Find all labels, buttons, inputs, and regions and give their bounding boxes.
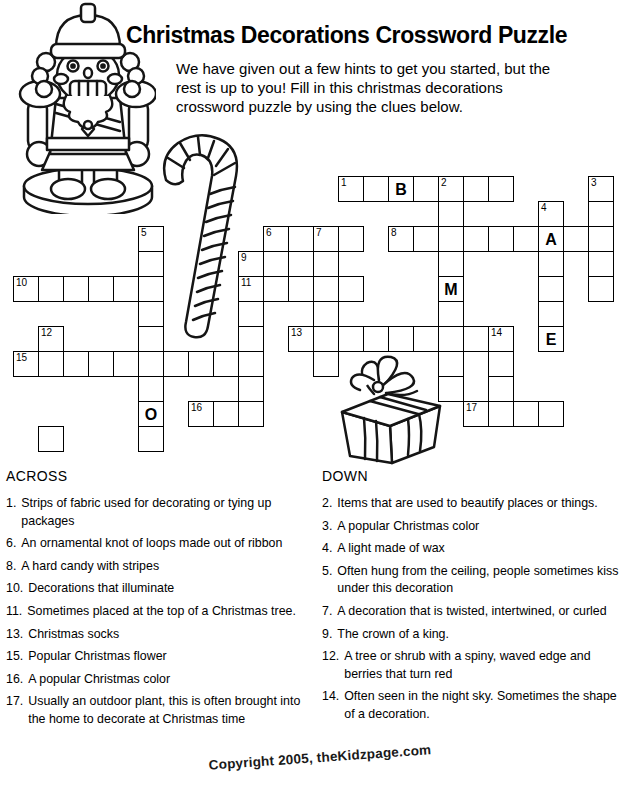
grid-cell-r6-c14[interactable] — [363, 326, 389, 352]
prefilled-letter: O — [139, 405, 163, 425]
clue-number: 14. — [322, 688, 339, 723]
grid-cell-r3-c17[interactable] — [438, 251, 464, 277]
clue-number: 13. — [6, 626, 23, 644]
grid-cell-r7-c0[interactable]: 15 — [13, 351, 39, 377]
grid-cell-r7-c5[interactable] — [138, 351, 164, 377]
grid-cell-r2-c17[interactable] — [438, 226, 464, 252]
grid-cell-r4-c11[interactable] — [288, 276, 314, 302]
grid-cell-r3-c5[interactable] — [138, 251, 164, 277]
grid-cell-r9-c9[interactable] — [238, 401, 264, 427]
grid-cell-r3-c9[interactable]: 9 — [238, 251, 264, 277]
clue-number: 10. — [6, 580, 23, 598]
clue-number-label: 14 — [491, 327, 502, 338]
grid-cell-r6-c16[interactable] — [413, 326, 439, 352]
grid-cell-r6-c17[interactable] — [438, 326, 464, 352]
clue-number: 17. — [6, 693, 23, 728]
grid-cell-r6-c11[interactable]: 13 — [288, 326, 314, 352]
across-clue-6: 6.An ornamental knot of loops made out o… — [6, 535, 310, 553]
grid-cell-r4-c21[interactable] — [538, 276, 564, 302]
clue-number-label: 10 — [16, 277, 27, 288]
grid-cell-r2-c16[interactable] — [413, 226, 439, 252]
grid-cell-r4-c12[interactable] — [313, 276, 339, 302]
clue-number: 8. — [6, 558, 16, 576]
down-clue-9: 9.The crown of a king. — [322, 626, 622, 644]
grid-cell-r3-c12[interactable] — [313, 251, 339, 277]
grid-cell-r6-c1[interactable]: 12 — [38, 326, 64, 352]
clue-number: 11. — [6, 603, 22, 621]
grid-cell-r3-c23[interactable] — [588, 251, 614, 277]
grid-cell-r6-c19[interactable]: 14 — [488, 326, 514, 352]
grid-cell-r7-c3[interactable] — [88, 351, 114, 377]
grid-cell-r3-c11[interactable] — [288, 251, 314, 277]
grid-cell-r2-c23[interactable] — [588, 226, 614, 252]
across-clue-8: 8.A hard candy with stripes — [6, 558, 310, 576]
grid-cell-r2-c15[interactable]: 8 — [388, 226, 414, 252]
down-clue-5: 5.Often hung from the ceiling, people so… — [322, 563, 622, 598]
grid-cell-r4-c2[interactable] — [63, 276, 89, 302]
intro-line: crossword puzzle by using the clues belo… — [176, 97, 550, 116]
clue-number: 5. — [322, 563, 332, 598]
clue-text: A hard candy with stripes — [21, 558, 310, 576]
across-clue-17: 17.Usually an outdoor plant, this is oft… — [6, 693, 310, 728]
clue-number-label: 5 — [141, 227, 147, 238]
intro-text: We have given out a few hints to get you… — [176, 59, 550, 116]
clue-number-label: 4 — [541, 202, 547, 213]
clue-text: Usually an outdoor plant, this is often … — [28, 693, 310, 728]
grid-cell-r5-c12[interactable] — [313, 301, 339, 327]
grid-cell-r2-c18[interactable] — [463, 226, 489, 252]
grid-cell-r9-c18[interactable]: 17 — [463, 401, 489, 427]
grid-cell-r0-c15: B — [388, 176, 414, 202]
grid-cell-r6-c13[interactable] — [338, 326, 364, 352]
clue-text: A tree or shrub with a spiny, waved edge… — [344, 648, 622, 683]
grid-cell-r1-c23[interactable] — [588, 201, 614, 227]
across-clue-16: 16.A popular Christmas color — [6, 671, 310, 689]
intro-line: rest is up to you! Fill in this christma… — [176, 78, 550, 97]
across-clue-15: 15.Popular Christmas flower — [6, 648, 310, 666]
grid-cell-r4-c9[interactable]: 11 — [238, 276, 264, 302]
grid-cell-r2-c20[interactable] — [513, 226, 539, 252]
down-header: DOWN — [322, 468, 622, 484]
grid-cell-r3-c21[interactable] — [538, 251, 564, 277]
grid-cell-r6-c18[interactable] — [463, 326, 489, 352]
down-clue-12: 12.A tree or shrub with a spiny, waved e… — [322, 648, 622, 683]
grid-cell-r2-c12[interactable]: 7 — [313, 226, 339, 252]
clue-number-label: 3 — [591, 177, 597, 188]
clue-number: 6. — [6, 535, 16, 553]
clue-text: An ornamental knot of loops made out of … — [21, 535, 310, 553]
clue-number-label: 13 — [291, 327, 302, 338]
grid-cell-r1-c21[interactable]: 4 — [538, 201, 564, 227]
grid-cell-r7-c9[interactable] — [238, 351, 264, 377]
copyright-text: Copyright 2005, theKidzpage.com — [185, 741, 455, 775]
clue-number: 12. — [322, 648, 339, 683]
grid-cell-r9-c8[interactable] — [213, 401, 239, 427]
clue-text: A popular Christmas color — [28, 671, 310, 689]
clue-number-label: 7 — [316, 227, 322, 238]
grid-cell-r4-c0[interactable]: 10 — [13, 276, 39, 302]
prefilled-letter: A — [539, 230, 563, 250]
grid-cell-r4-c13[interactable] — [338, 276, 364, 302]
grid-cell-r9-c21[interactable] — [538, 401, 564, 427]
grid-cell-r0-c18[interactable] — [463, 176, 489, 202]
grid-cell-r4-c4[interactable] — [113, 276, 139, 302]
clue-text: Often seen in the night sky. Sometimes t… — [344, 688, 622, 723]
grid-cell-r7-c7[interactable] — [188, 351, 214, 377]
clue-number-label: 6 — [266, 227, 272, 238]
grid-cell-r7-c6[interactable] — [163, 351, 189, 377]
crossword-grid: 1B2345678A91011M121314E15O1617 — [13, 176, 615, 453]
grid-cell-r7-c1[interactable] — [38, 351, 64, 377]
grid-cell-r1-c17[interactable] — [438, 201, 464, 227]
grid-cell-r9-c5: O — [138, 401, 164, 427]
grid-cell-r7-c2[interactable] — [63, 351, 89, 377]
grid-cell-r2-c13[interactable] — [338, 226, 364, 252]
grid-cell-r7-c12[interactable] — [313, 351, 339, 377]
down-clue-14: 14.Often seen in the night sky. Sometime… — [322, 688, 622, 723]
grid-cell-r8-c5[interactable] — [138, 376, 164, 402]
grid-cell-r0-c16[interactable] — [413, 176, 439, 202]
clue-text: A popular Christmas color — [337, 518, 622, 536]
clue-text: Popular Christmas flower — [28, 648, 310, 666]
grid-cell-r0-c14[interactable] — [363, 176, 389, 202]
across-clue-11: 11.Sometimes placed at the top of a Chri… — [6, 603, 310, 621]
clue-number: 2. — [322, 495, 332, 513]
across-clue-10: 10.Decorations that illuminate — [6, 580, 310, 598]
grid-cell-r4-c3[interactable] — [88, 276, 114, 302]
clue-number: 1. — [6, 495, 16, 530]
clue-text: A light made of wax — [337, 540, 622, 558]
grid-cell-r2-c19[interactable] — [488, 226, 514, 252]
across-clue-list: 1.Strips of fabric used for decorating o… — [6, 495, 310, 729]
down-clue-4: 4.A light made of wax — [322, 540, 622, 558]
clue-text: Sometimes placed at the top of a Christm… — [27, 603, 310, 621]
grid-cell-r9-c20[interactable] — [513, 401, 539, 427]
clue-text: Christmas socks — [28, 626, 310, 644]
clue-number: 16. — [6, 671, 23, 689]
grid-cell-r4-c5[interactable] — [138, 276, 164, 302]
down-clue-2: 2.Items that are used to beautify places… — [322, 495, 622, 513]
grid-cell-r6-c5[interactable] — [138, 326, 164, 352]
clue-number-label: 1 — [341, 177, 347, 188]
clue-number: 3. — [322, 518, 332, 536]
down-clue-7: 7.A decoration that is twisted, intertwi… — [322, 603, 622, 621]
grid-cell-r6-c9[interactable] — [238, 326, 264, 352]
grid-cell-r0-c17[interactable]: 2 — [438, 176, 464, 202]
grid-cell-r4-c10[interactable] — [263, 276, 289, 302]
grid-cell-r7-c19[interactable] — [488, 351, 514, 377]
across-clues: ACROSS 1.Strips of fabric used for decor… — [6, 468, 310, 734]
grid-cell-r8-c17[interactable] — [438, 376, 464, 402]
clue-number: 7. — [322, 603, 332, 621]
grid-cell-r2-c5[interactable]: 5 — [138, 226, 164, 252]
grid-cell-r0-c23[interactable]: 3 — [588, 176, 614, 202]
down-clue-3: 3.A popular Christmas color — [322, 518, 622, 536]
grid-cell-r4-c23[interactable] — [588, 276, 614, 302]
clue-text: Decorations that illuminate — [28, 580, 310, 598]
grid-cell-r9-c19[interactable] — [488, 401, 514, 427]
clue-text: Strips of fabric used for decorating or … — [21, 495, 310, 530]
across-header: ACROSS — [6, 468, 310, 484]
clue-number: 4. — [322, 540, 332, 558]
grid-cell-r6-c21: E — [538, 326, 564, 352]
clue-number-label: 8 — [391, 227, 397, 238]
grid-cell-r8-c9[interactable] — [238, 376, 264, 402]
across-clue-13: 13.Christmas socks — [6, 626, 310, 644]
worksheet-page: Christmas Decorations Crossword Puzzle W… — [0, 0, 628, 796]
grid-cell-r4-c17: M — [438, 276, 464, 302]
grid-cell-r7-c4[interactable] — [113, 351, 139, 377]
grid-cell-r5-c9[interactable] — [238, 301, 264, 327]
grid-cell-r5-c17[interactable] — [438, 301, 464, 327]
grid-cell-r5-c5[interactable] — [138, 301, 164, 327]
clue-number-label: 11 — [241, 277, 251, 288]
grid-cell-r10-c1[interactable] — [38, 426, 64, 452]
clue-text: The crown of a king. — [337, 626, 622, 644]
grid-cell-r2-c21: A — [538, 226, 564, 252]
grid-cell-r8-c19[interactable] — [488, 376, 514, 402]
down-clue-list: 2.Items that are used to beautify places… — [322, 495, 622, 724]
clue-number-label: 16 — [191, 402, 202, 413]
clue-number-label: 17 — [466, 402, 477, 413]
grid-cell-r9-c7[interactable]: 16 — [188, 401, 214, 427]
clue-text: Often hung from the ceiling, people some… — [337, 563, 622, 598]
grid-cell-r10-c5[interactable] — [138, 426, 164, 452]
grid-cell-r2-c10[interactable]: 6 — [263, 226, 289, 252]
intro-line: We have given out a few hints to get you… — [176, 59, 550, 78]
grid-cell-r6-c15[interactable] — [388, 326, 414, 352]
clue-number: 15. — [6, 648, 23, 666]
clue-number-label: 9 — [241, 252, 247, 263]
prefilled-letter: M — [439, 280, 463, 300]
grid-cell-r7-c17[interactable] — [438, 351, 464, 377]
clue-number: 9. — [322, 626, 332, 644]
clue-number-label: 12 — [41, 327, 52, 338]
clue-number-label: 15 — [16, 352, 27, 363]
down-clues: DOWN 2.Items that are used to beautify p… — [322, 468, 622, 729]
grid-cell-r4-c1[interactable] — [38, 276, 64, 302]
grid-cell-r7-c8[interactable] — [213, 351, 239, 377]
clue-number-label: 2 — [441, 177, 447, 188]
clue-text: A decoration that is twisted, intertwine… — [337, 603, 622, 621]
clue-text: Items that are used to beautify places o… — [337, 495, 622, 513]
across-clue-1: 1.Strips of fabric used for decorating o… — [6, 495, 310, 530]
grid-cell-r5-c21[interactable] — [538, 301, 564, 327]
page-title: Christmas Decorations Crossword Puzzle — [126, 22, 567, 49]
prefilled-letter: B — [389, 180, 413, 200]
grid-cell-r3-c10[interactable] — [263, 251, 289, 277]
grid-cell-r2-c11[interactable] — [288, 226, 314, 252]
grid-cell-r0-c19[interactable] — [488, 176, 514, 202]
grid-cell-r0-c13[interactable]: 1 — [338, 176, 364, 202]
prefilled-letter: E — [539, 330, 563, 350]
grid-cell-r6-c12[interactable] — [313, 326, 339, 352]
grid-cell-r2-c22[interactable] — [563, 226, 589, 252]
